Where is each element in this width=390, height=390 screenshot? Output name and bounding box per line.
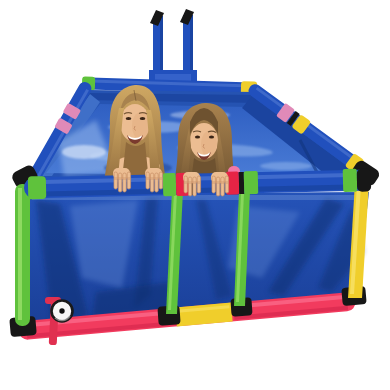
rail-band-green-1 xyxy=(163,173,177,196)
product-photo-pool xyxy=(0,0,390,390)
post-front-left-green xyxy=(15,184,30,326)
girl-left-hand-right xyxy=(145,168,163,192)
pool-scene xyxy=(0,0,390,390)
girl-left-hand-left xyxy=(113,168,131,192)
rail-band-green-2 xyxy=(244,171,259,194)
rail-band-green-right-end xyxy=(343,169,358,192)
rail-band-green-left-end xyxy=(28,176,47,199)
girl-right-hand-right xyxy=(211,172,229,196)
girl-right-hand-left xyxy=(183,172,201,196)
